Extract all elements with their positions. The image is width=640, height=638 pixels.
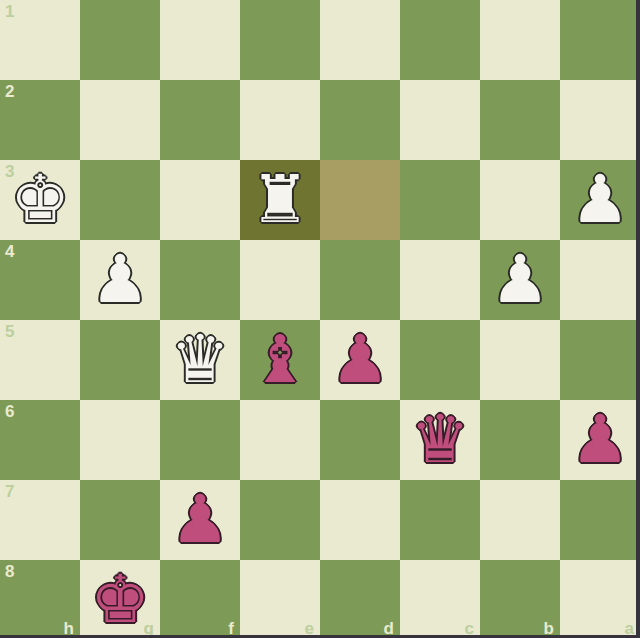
chess-board-stage: 123♚♜♟4♟♟5♛♝♟6♛♟7♟8hg♚fedcba: [0, 0, 640, 638]
square-g4[interactable]: ♟: [80, 240, 160, 320]
rank-label-5: 5: [5, 322, 14, 342]
square-c1[interactable]: [400, 0, 480, 80]
rank-label-8: 8: [5, 562, 14, 582]
square-b7[interactable]: [480, 480, 560, 560]
square-h5[interactable]: 5: [0, 320, 80, 400]
square-b2[interactable]: [480, 80, 560, 160]
square-e4[interactable]: [240, 240, 320, 320]
square-a8[interactable]: a: [560, 560, 640, 638]
square-f6[interactable]: [160, 400, 240, 480]
square-a2[interactable]: [560, 80, 640, 160]
square-d5[interactable]: ♟: [320, 320, 400, 400]
square-a5[interactable]: [560, 320, 640, 400]
square-e2[interactable]: [240, 80, 320, 160]
square-b1[interactable]: [480, 0, 560, 80]
square-d6[interactable]: [320, 400, 400, 480]
square-d8[interactable]: d: [320, 560, 400, 638]
square-f5[interactable]: ♛: [160, 320, 240, 400]
square-d7[interactable]: [320, 480, 400, 560]
square-e1[interactable]: [240, 0, 320, 80]
rank-label-7: 7: [5, 482, 14, 502]
square-f4[interactable]: [160, 240, 240, 320]
chess-board[interactable]: 123♚♜♟4♟♟5♛♝♟6♛♟7♟8hg♚fedcba: [0, 0, 640, 638]
square-g2[interactable]: [80, 80, 160, 160]
square-a6[interactable]: ♟: [560, 400, 640, 480]
square-b8[interactable]: b: [480, 560, 560, 638]
square-d2[interactable]: [320, 80, 400, 160]
white-pawn[interactable]: ♟: [560, 160, 640, 240]
square-e8[interactable]: e: [240, 560, 320, 638]
square-e6[interactable]: [240, 400, 320, 480]
square-a3[interactable]: ♟: [560, 160, 640, 240]
square-g7[interactable]: [80, 480, 160, 560]
square-c3[interactable]: [400, 160, 480, 240]
square-a1[interactable]: [560, 0, 640, 80]
square-c5[interactable]: [400, 320, 480, 400]
square-h7[interactable]: 7: [0, 480, 80, 560]
square-h4[interactable]: 4: [0, 240, 80, 320]
white-queen[interactable]: ♛: [160, 320, 240, 400]
black-pawn[interactable]: ♟: [560, 400, 640, 480]
square-a4[interactable]: [560, 240, 640, 320]
square-c4[interactable]: [400, 240, 480, 320]
square-h6[interactable]: 6: [0, 400, 80, 480]
rank-label-1: 1: [5, 2, 14, 22]
square-b6[interactable]: [480, 400, 560, 480]
rank-label-6: 6: [5, 402, 14, 422]
square-c7[interactable]: [400, 480, 480, 560]
black-queen[interactable]: ♛: [400, 400, 480, 480]
board-right-border: [636, 0, 640, 638]
white-rook[interactable]: ♜: [240, 160, 320, 240]
white-king[interactable]: ♚: [0, 160, 80, 240]
square-b3[interactable]: [480, 160, 560, 240]
square-e5[interactable]: ♝: [240, 320, 320, 400]
white-pawn[interactable]: ♟: [480, 240, 560, 320]
square-d4[interactable]: [320, 240, 400, 320]
square-e3[interactable]: ♜: [240, 160, 320, 240]
square-c8[interactable]: c: [400, 560, 480, 638]
square-f8[interactable]: f: [160, 560, 240, 638]
square-c2[interactable]: [400, 80, 480, 160]
square-f3[interactable]: [160, 160, 240, 240]
square-c6[interactable]: ♛: [400, 400, 480, 480]
black-bishop[interactable]: ♝: [240, 320, 320, 400]
black-pawn[interactable]: ♟: [320, 320, 400, 400]
square-d3[interactable]: [320, 160, 400, 240]
square-h1[interactable]: 1: [0, 0, 80, 80]
square-h8[interactable]: 8h: [0, 560, 80, 638]
rank-label-4: 4: [5, 242, 14, 262]
square-f7[interactable]: ♟: [160, 480, 240, 560]
square-g6[interactable]: [80, 400, 160, 480]
square-a7[interactable]: [560, 480, 640, 560]
square-g8[interactable]: g♚: [80, 560, 160, 638]
square-g3[interactable]: [80, 160, 160, 240]
square-b4[interactable]: ♟: [480, 240, 560, 320]
square-f2[interactable]: [160, 80, 240, 160]
square-h3[interactable]: 3♚: [0, 160, 80, 240]
square-d1[interactable]: [320, 0, 400, 80]
square-f1[interactable]: [160, 0, 240, 80]
square-b5[interactable]: [480, 320, 560, 400]
white-pawn[interactable]: ♟: [80, 240, 160, 320]
black-king[interactable]: ♚: [80, 560, 160, 638]
black-pawn[interactable]: ♟: [160, 480, 240, 560]
square-g1[interactable]: [80, 0, 160, 80]
rank-label-2: 2: [5, 82, 14, 102]
square-e7[interactable]: [240, 480, 320, 560]
square-g5[interactable]: [80, 320, 160, 400]
square-h2[interactable]: 2: [0, 80, 80, 160]
